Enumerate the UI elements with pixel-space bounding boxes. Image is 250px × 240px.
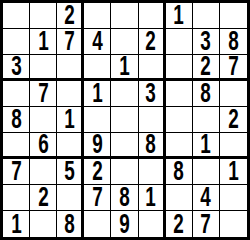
- given-digit: 2: [228, 107, 239, 133]
- given-digit: 2: [201, 55, 212, 80]
- cell-r3c8: 2: [193, 55, 220, 81]
- cell-r1c2[interactable]: [30, 3, 57, 29]
- given-digit: 3: [11, 55, 22, 80]
- cell-r5c9: 2: [220, 107, 247, 133]
- cell-r8c9[interactable]: [220, 185, 247, 211]
- given-digit: 8: [64, 211, 75, 237]
- cell-r5c8[interactable]: [193, 107, 220, 133]
- given-digit: 1: [38, 29, 49, 55]
- given-digit: 7: [38, 81, 49, 107]
- given-digit: 1: [64, 107, 75, 133]
- cell-r6c1[interactable]: [3, 133, 30, 159]
- cell-r7c1: 7: [3, 159, 30, 185]
- cell-r8c5: 8: [111, 185, 138, 211]
- cell-r6c9[interactable]: [220, 133, 247, 159]
- cell-r9c7: 2: [166, 211, 193, 237]
- cell-r8c1[interactable]: [3, 185, 30, 211]
- cell-r3c2[interactable]: [30, 55, 57, 81]
- given-digit: 2: [38, 185, 49, 211]
- cell-r4c2: 7: [30, 81, 57, 107]
- cell-r2c7[interactable]: [166, 29, 193, 55]
- given-digit: 8: [201, 81, 212, 107]
- cell-r9c5: 9: [111, 211, 138, 237]
- given-digit: 2: [64, 3, 75, 29]
- given-digit: 8: [145, 133, 156, 158]
- cell-r9c6[interactable]: [139, 211, 166, 237]
- cell-r3c1: 3: [3, 55, 30, 81]
- cell-r8c8: 4: [193, 185, 220, 211]
- cell-r8c3[interactable]: [57, 185, 84, 211]
- given-digit: 1: [119, 55, 130, 80]
- cell-r2c2: 1: [30, 29, 57, 55]
- cell-r2c9: 8: [220, 29, 247, 55]
- given-digit: 1: [92, 81, 103, 107]
- given-digit: 2: [145, 29, 156, 55]
- cell-r1c7: 1: [166, 3, 193, 29]
- given-digit: 9: [119, 211, 130, 237]
- cell-r5c3: 1: [57, 107, 84, 133]
- cell-r1c8[interactable]: [193, 3, 220, 29]
- given-digit: 7: [11, 159, 22, 185]
- cell-r4c1[interactable]: [3, 81, 30, 107]
- cell-r4c6: 3: [139, 81, 166, 107]
- cell-r8c2: 2: [30, 185, 57, 211]
- cell-r1c1[interactable]: [3, 3, 30, 29]
- given-digit: 7: [228, 55, 239, 80]
- cell-r6c3[interactable]: [57, 133, 84, 159]
- cell-r6c2: 6: [30, 133, 57, 159]
- given-digit: 8: [11, 107, 22, 133]
- given-digit: 7: [92, 185, 103, 211]
- cell-r7c4: 2: [84, 159, 111, 185]
- cell-r2c1[interactable]: [3, 29, 30, 55]
- given-digit: 1: [201, 133, 212, 158]
- given-digit: 9: [92, 133, 103, 158]
- sudoku-board: 21174238312771388126981752812781418927: [0, 0, 250, 240]
- cell-r3c3[interactable]: [57, 55, 84, 81]
- cell-r1c5[interactable]: [111, 3, 138, 29]
- cell-r4c8: 8: [193, 81, 220, 107]
- cell-r4c3[interactable]: [57, 81, 84, 107]
- given-digit: 3: [201, 29, 212, 55]
- cell-r7c2[interactable]: [30, 159, 57, 185]
- given-digit: 7: [64, 29, 75, 55]
- given-digit: 5: [64, 159, 75, 185]
- cell-r6c7[interactable]: [166, 133, 193, 159]
- given-digit: 4: [201, 185, 212, 211]
- given-digit: 4: [92, 29, 103, 55]
- cell-r7c3: 5: [57, 159, 84, 185]
- cell-r6c8: 1: [193, 133, 220, 159]
- given-digit: 8: [173, 159, 184, 185]
- cell-r3c5: 1: [111, 55, 138, 81]
- cell-r5c5[interactable]: [111, 107, 138, 133]
- cell-r9c2[interactable]: [30, 211, 57, 237]
- cell-r1c9[interactable]: [220, 3, 247, 29]
- given-digit: 8: [119, 185, 130, 211]
- cell-r5c7[interactable]: [166, 107, 193, 133]
- given-digit: 1: [145, 185, 156, 211]
- cell-r9c4[interactable]: [84, 211, 111, 237]
- cell-r1c3: 2: [57, 3, 84, 29]
- cell-r4c4: 1: [84, 81, 111, 107]
- cell-r7c6[interactable]: [139, 159, 166, 185]
- cell-r8c7[interactable]: [166, 185, 193, 211]
- cell-r2c8: 3: [193, 29, 220, 55]
- cell-r4c7[interactable]: [166, 81, 193, 107]
- given-digit: 7: [201, 211, 212, 237]
- cell-r9c9[interactable]: [220, 211, 247, 237]
- cell-r8c6: 1: [139, 185, 166, 211]
- cell-r8c4: 7: [84, 185, 111, 211]
- cell-r1c4[interactable]: [84, 3, 111, 29]
- cell-r4c5[interactable]: [111, 81, 138, 107]
- cell-r3c7[interactable]: [166, 55, 193, 81]
- cell-r1c6[interactable]: [139, 3, 166, 29]
- cell-r7c7: 8: [166, 159, 193, 185]
- cell-r9c1: 1: [3, 211, 30, 237]
- given-digit: 2: [92, 159, 103, 185]
- given-digit: 8: [228, 29, 239, 55]
- cell-r7c9: 1: [220, 159, 247, 185]
- cell-r9c3: 8: [57, 211, 84, 237]
- given-digit: 1: [11, 211, 22, 237]
- cell-r6c4: 9: [84, 133, 111, 159]
- given-digit: 1: [173, 3, 184, 29]
- cell-r3c4[interactable]: [84, 55, 111, 81]
- cell-r2c3: 7: [57, 29, 84, 55]
- cell-r3c9: 7: [220, 55, 247, 81]
- cell-r6c5[interactable]: [111, 133, 138, 159]
- cell-r2c5[interactable]: [111, 29, 138, 55]
- cell-r5c6[interactable]: [139, 107, 166, 133]
- cell-r5c1: 8: [3, 107, 30, 133]
- given-digit: 2: [173, 211, 184, 237]
- cell-r3c6[interactable]: [139, 55, 166, 81]
- given-digit: 6: [38, 133, 49, 158]
- cell-r5c4[interactable]: [84, 107, 111, 133]
- cell-r2c6: 2: [139, 29, 166, 55]
- given-digit: 1: [228, 159, 239, 185]
- cell-r4c9[interactable]: [220, 81, 247, 107]
- cell-r5c2[interactable]: [30, 107, 57, 133]
- cell-r6c6: 8: [139, 133, 166, 159]
- cell-r2c4: 4: [84, 29, 111, 55]
- cell-r9c8: 7: [193, 211, 220, 237]
- cell-r7c8[interactable]: [193, 159, 220, 185]
- cell-r7c5[interactable]: [111, 159, 138, 185]
- given-digit: 3: [145, 81, 156, 107]
